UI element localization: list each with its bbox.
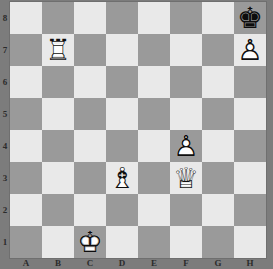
square-a1[interactable] (10, 226, 42, 258)
square-f4[interactable]: ♟♙ (170, 130, 202, 162)
square-a8[interactable] (10, 2, 42, 34)
white-pawn-outline-glyph: ♙ (234, 34, 266, 66)
piece-white-bishop-d3[interactable]: ♝♗ (106, 162, 138, 194)
square-c4[interactable] (74, 130, 106, 162)
white-pawn-outline-glyph: ♙ (170, 130, 202, 162)
rank-label-7: 7 (0, 34, 10, 66)
black-king-glyph: ♚ (234, 2, 266, 34)
chess-diagram: ♚♜♖♟♙♟♙♝♗♛♕♚♔ 87654321 ABCDEFGH (0, 0, 273, 269)
square-g5[interactable] (202, 98, 234, 130)
square-h4[interactable] (234, 130, 266, 162)
square-g6[interactable] (202, 66, 234, 98)
square-b4[interactable] (42, 130, 74, 162)
square-b3[interactable] (42, 162, 74, 194)
square-f5[interactable] (170, 98, 202, 130)
square-a6[interactable] (10, 66, 42, 98)
square-h7[interactable]: ♟♙ (234, 34, 266, 66)
square-h8[interactable]: ♚ (234, 2, 266, 34)
square-f6[interactable] (170, 66, 202, 98)
square-g2[interactable] (202, 194, 234, 226)
square-c2[interactable] (74, 194, 106, 226)
rank-label-4: 4 (0, 130, 10, 162)
square-e4[interactable] (138, 130, 170, 162)
square-b1[interactable] (42, 226, 74, 258)
square-a4[interactable] (10, 130, 42, 162)
square-h5[interactable] (234, 98, 266, 130)
square-c7[interactable] (74, 34, 106, 66)
square-b6[interactable] (42, 66, 74, 98)
square-f1[interactable] (170, 226, 202, 258)
square-g1[interactable] (202, 226, 234, 258)
file-label-a: A (10, 257, 42, 269)
file-label-g: G (202, 257, 234, 269)
square-c1[interactable]: ♚♔ (74, 226, 106, 258)
piece-black-king-h8[interactable]: ♚ (234, 2, 266, 34)
square-b7[interactable]: ♜♖ (42, 34, 74, 66)
square-d8[interactable] (106, 2, 138, 34)
white-rook-outline-glyph: ♖ (42, 34, 74, 66)
square-d1[interactable] (106, 226, 138, 258)
rank-label-3: 3 (0, 162, 10, 194)
file-label-f: F (170, 257, 202, 269)
square-d7[interactable] (106, 34, 138, 66)
square-h6[interactable] (234, 66, 266, 98)
square-c8[interactable] (74, 2, 106, 34)
square-b2[interactable] (42, 194, 74, 226)
square-d2[interactable] (106, 194, 138, 226)
square-e1[interactable] (138, 226, 170, 258)
square-e7[interactable] (138, 34, 170, 66)
piece-white-pawn-f4[interactable]: ♟♙ (170, 130, 202, 162)
square-d6[interactable] (106, 66, 138, 98)
square-f7[interactable] (170, 34, 202, 66)
square-f3[interactable]: ♛♕ (170, 162, 202, 194)
square-c3[interactable] (74, 162, 106, 194)
white-king-outline-glyph: ♔ (74, 226, 106, 258)
file-label-b: B (42, 257, 74, 269)
file-label-d: D (106, 257, 138, 269)
square-c5[interactable] (74, 98, 106, 130)
square-f8[interactable] (170, 2, 202, 34)
rank-label-2: 2 (0, 194, 10, 226)
file-label-e: E (138, 257, 170, 269)
square-e8[interactable] (138, 2, 170, 34)
square-e3[interactable] (138, 162, 170, 194)
square-b5[interactable] (42, 98, 74, 130)
square-g4[interactable] (202, 130, 234, 162)
square-e2[interactable] (138, 194, 170, 226)
square-a7[interactable] (10, 34, 42, 66)
square-c6[interactable] (74, 66, 106, 98)
square-b8[interactable] (42, 2, 74, 34)
white-bishop-outline-glyph: ♗ (106, 162, 138, 194)
square-a5[interactable] (10, 98, 42, 130)
piece-white-pawn-h7[interactable]: ♟♙ (234, 34, 266, 66)
square-h1[interactable] (234, 226, 266, 258)
square-d3[interactable]: ♝♗ (106, 162, 138, 194)
square-h3[interactable] (234, 162, 266, 194)
square-a3[interactable] (10, 162, 42, 194)
square-e6[interactable] (138, 66, 170, 98)
square-a2[interactable] (10, 194, 42, 226)
file-label-h: H (234, 257, 266, 269)
file-label-c: C (74, 257, 106, 269)
piece-white-rook-b7[interactable]: ♜♖ (42, 34, 74, 66)
rank-label-5: 5 (0, 98, 10, 130)
square-g8[interactable] (202, 2, 234, 34)
square-d4[interactable] (106, 130, 138, 162)
white-queen-outline-glyph: ♕ (170, 162, 202, 194)
square-g3[interactable] (202, 162, 234, 194)
chess-board: ♚♜♖♟♙♟♙♝♗♛♕♚♔ (10, 2, 266, 258)
piece-white-queen-f3[interactable]: ♛♕ (170, 162, 202, 194)
rank-label-1: 1 (0, 226, 10, 258)
square-f2[interactable] (170, 194, 202, 226)
rank-label-8: 8 (0, 2, 10, 34)
square-d5[interactable] (106, 98, 138, 130)
square-g7[interactable] (202, 34, 234, 66)
piece-white-king-c1[interactable]: ♚♔ (74, 226, 106, 258)
square-e5[interactable] (138, 98, 170, 130)
square-h2[interactable] (234, 194, 266, 226)
rank-label-6: 6 (0, 66, 10, 98)
